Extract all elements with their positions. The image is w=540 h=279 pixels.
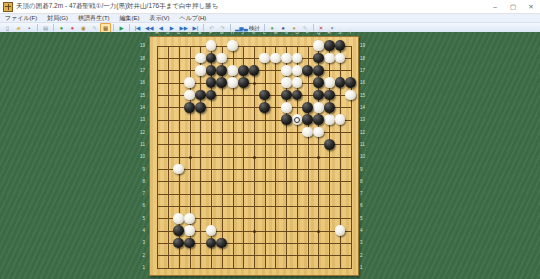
- first-move-icon: |◀: [135, 24, 141, 32]
- column-label: A: [156, 30, 159, 35]
- stone-black-N15[interactable]: [281, 90, 292, 101]
- stone-black-S19[interactable]: [335, 40, 346, 51]
- stone-black-J16[interactable]: [238, 77, 249, 88]
- grid-line-horizontal: [157, 255, 351, 256]
- grid-line-horizontal: [157, 194, 351, 195]
- column-label: Q: [317, 30, 321, 35]
- row-label-right: 19: [360, 43, 365, 48]
- maximize-button[interactable]: ▢: [504, 1, 522, 13]
- new-file-button[interactable]: ▯: [2, 23, 13, 33]
- row-label-right: 15: [360, 93, 365, 98]
- row-label-right: 1: [360, 265, 363, 270]
- stone-black-Q15[interactable]: [313, 90, 324, 101]
- menu-file[interactable]: ファイル(F): [0, 14, 42, 23]
- board-area: ABCDEFGHJKLMNOPQRST191918181717161615151…: [0, 32, 540, 279]
- black-stone-tool-button[interactable]: ●: [56, 23, 67, 33]
- column-label: P: [306, 30, 309, 35]
- stone-white-O16[interactable]: [292, 77, 303, 88]
- row-label-right: 17: [360, 68, 365, 73]
- stone-black-P13[interactable]: [302, 114, 313, 125]
- app-icon: [3, 2, 13, 12]
- stone-black-R11[interactable]: [324, 139, 335, 150]
- stone-black-Q16[interactable]: [313, 77, 324, 88]
- row-label-left: 11: [136, 142, 145, 147]
- stone-white-Q12[interactable]: [313, 127, 324, 138]
- stone-white-E17[interactable]: [195, 65, 206, 76]
- stone-black-C4[interactable]: [173, 225, 184, 236]
- grid-line-horizontal: [157, 268, 351, 269]
- last-move-icon: ▶|: [193, 24, 199, 32]
- stone-black-N13[interactable]: [281, 114, 292, 125]
- toolbar-separator: [37, 24, 38, 31]
- column-label: B: [166, 30, 169, 35]
- black-stone-tool-icon: ●: [60, 24, 63, 32]
- toolbar-separator: [313, 24, 314, 31]
- grid-line-horizontal: [157, 206, 351, 207]
- grid-line-horizontal: [157, 181, 351, 182]
- fast-rewind-button[interactable]: ◀◀: [143, 23, 155, 33]
- toolbar-separator: [129, 24, 130, 31]
- column-label: C: [177, 30, 180, 35]
- row-label-right: 2: [360, 253, 363, 258]
- stone-white-S4[interactable]: [335, 225, 346, 236]
- column-label: S: [338, 30, 341, 35]
- column-label: F: [209, 30, 212, 35]
- star-point: [253, 156, 256, 159]
- toolbar-separator: [113, 24, 114, 31]
- stone-black-D14[interactable]: [184, 102, 195, 113]
- row-label-right: 12: [360, 130, 365, 135]
- row-label-right: 8: [360, 179, 363, 184]
- stone-black-F17[interactable]: [206, 65, 217, 76]
- fast-rewind-icon: ◀◀: [145, 24, 153, 32]
- first-move-button[interactable]: |◀: [132, 23, 143, 33]
- close-button[interactable]: ✕: [522, 1, 540, 13]
- overflow-icon: ▾: [331, 24, 334, 32]
- board-mode-icon: ▦: [103, 24, 108, 32]
- row-label-right: 11: [360, 142, 365, 147]
- stone-white-C5[interactable]: [173, 213, 184, 224]
- column-label: E: [198, 30, 201, 35]
- row-label-right: 10: [360, 154, 365, 159]
- row-label-right: 6: [360, 203, 363, 208]
- stone-black-E14[interactable]: [195, 102, 206, 113]
- stone-black-R19[interactable]: [324, 40, 335, 51]
- open-folder-icon: ▰: [16, 24, 20, 32]
- stone-black-T16[interactable]: [345, 77, 356, 88]
- play-icon: ▶: [119, 24, 123, 32]
- toolbar-separator: [53, 24, 54, 31]
- star-point: [253, 230, 256, 233]
- row-label-left: 2: [136, 253, 145, 258]
- stone-white-H16[interactable]: [227, 77, 238, 88]
- row-label-left: 12: [136, 130, 145, 135]
- stone-white-M18[interactable]: [270, 53, 281, 64]
- stone-white-Q14[interactable]: [313, 102, 324, 113]
- row-label-left: 14: [136, 105, 145, 110]
- pass-button[interactable]: ◉: [78, 23, 89, 33]
- open-folder-button[interactable]: ▰: [13, 23, 24, 33]
- row-label-right: 18: [360, 56, 365, 61]
- stone-black-Q17[interactable]: [313, 65, 324, 76]
- stone-black-R15[interactable]: [324, 90, 335, 101]
- star-point: [189, 156, 192, 159]
- stone-white-H17[interactable]: [227, 65, 238, 76]
- stone-white-D5[interactable]: [184, 213, 195, 224]
- row-label-right: 3: [360, 240, 363, 245]
- grid-line-vertical: [308, 46, 309, 269]
- stone-white-E18[interactable]: [195, 53, 206, 64]
- title-bar: 天頂の囲碁7.2m - 47碁聖戦①/一力(黒)対井山/176手まで白中押し勝ち…: [0, 0, 540, 14]
- resign-icon: ●: [71, 24, 74, 32]
- stone-white-N14[interactable]: [281, 102, 292, 113]
- row-label-right: 16: [360, 80, 365, 85]
- stone-black-G17[interactable]: [216, 65, 227, 76]
- column-label: N: [284, 30, 287, 35]
- print-button[interactable]: ▤: [40, 23, 51, 33]
- grid-line-vertical: [275, 46, 276, 269]
- grid-line-horizontal: [157, 169, 351, 170]
- stone-black-E15[interactable]: [195, 90, 206, 101]
- stone-black-Q18[interactable]: [313, 53, 324, 64]
- row-label-left: 7: [136, 191, 145, 196]
- menu-view[interactable]: 表示(V): [145, 14, 175, 23]
- row-label-left: 8: [136, 179, 145, 184]
- column-label: H: [231, 30, 234, 35]
- row-label-right: 5: [360, 216, 363, 221]
- stone-black-D3[interactable]: [184, 238, 195, 249]
- prev-move-icon: ◀: [159, 24, 163, 32]
- print-icon: ▤: [43, 24, 48, 32]
- stone-black-S16[interactable]: [335, 77, 346, 88]
- toolbar-separator: [203, 24, 204, 31]
- row-label-right: 9: [360, 167, 363, 172]
- stone-black-L14[interactable]: [259, 102, 270, 113]
- menu-game[interactable]: 対局(G): [42, 14, 73, 23]
- stone-black-P17[interactable]: [302, 65, 313, 76]
- row-label-left: 19: [136, 43, 145, 48]
- stone-white-D4[interactable]: [184, 225, 195, 236]
- board-mode-button[interactable]: ▦: [100, 23, 111, 33]
- stone-black-J17[interactable]: [238, 65, 249, 76]
- column-label: D: [188, 30, 191, 35]
- resign-button[interactable]: ●: [67, 23, 78, 33]
- stone-black-R14[interactable]: [324, 102, 335, 113]
- window-title: 天頂の囲碁7.2m - 47碁聖戦①/一力(黒)対井山/176手まで白中押し勝ち: [16, 2, 486, 11]
- row-label-right: 13: [360, 117, 365, 122]
- stone-white-Q19[interactable]: [313, 40, 324, 51]
- menu-bar: ファイル(F)対局(G)棋譜再生(T)編集(E)表示(V)ヘルプ(H): [0, 14, 540, 23]
- stone-white-D15[interactable]: [184, 90, 195, 101]
- stone-white-O13[interactable]: [292, 114, 303, 125]
- stone-black-G16[interactable]: [216, 77, 227, 88]
- stone-white-N17[interactable]: [281, 65, 292, 76]
- row-label-left: 3: [136, 240, 145, 245]
- stone-white-R16[interactable]: [324, 77, 335, 88]
- star-point: [253, 82, 256, 85]
- new-file-icon: ▯: [6, 24, 9, 32]
- row-label-left: 9: [136, 167, 145, 172]
- menu-help[interactable]: ヘルプ(H): [175, 14, 212, 23]
- row-label-left: 17: [136, 68, 145, 73]
- column-label: R: [327, 30, 330, 35]
- menu-edit[interactable]: 編集(E): [115, 14, 145, 23]
- grid-line-vertical: [265, 46, 266, 269]
- row-label-left: 4: [136, 228, 145, 233]
- row-label-right: 14: [360, 105, 365, 110]
- stone-black-Q13[interactable]: [313, 114, 324, 125]
- stone-black-P14[interactable]: [302, 102, 313, 113]
- stone-white-R18[interactable]: [324, 53, 335, 64]
- analysis-button[interactable]: ▂▅▃検討: [233, 23, 262, 33]
- stone-white-H19[interactable]: [227, 40, 238, 51]
- row-label-left: 5: [136, 216, 145, 221]
- stone-black-K17[interactable]: [249, 65, 260, 76]
- column-label: M: [274, 30, 278, 35]
- row-label-left: 15: [136, 93, 145, 98]
- next-move-icon: ▶: [170, 24, 174, 32]
- row-label-left: 13: [136, 117, 145, 122]
- stone-white-R13[interactable]: [324, 114, 335, 125]
- stone-white-O17[interactable]: [292, 65, 303, 76]
- stone-white-N18[interactable]: [281, 53, 292, 64]
- row-label-right: 7: [360, 191, 363, 196]
- play-button[interactable]: ▶: [116, 23, 127, 33]
- row-label-left: 1: [136, 265, 145, 270]
- row-label-left: 6: [136, 203, 145, 208]
- last-move-marker: [294, 117, 300, 123]
- column-label: G: [220, 30, 224, 35]
- column-label: T: [349, 30, 352, 35]
- column-label: J: [241, 30, 243, 35]
- pencil-tool-button[interactable]: ✎: [89, 23, 100, 33]
- stone-white-D16[interactable]: [184, 77, 195, 88]
- save-icon: ▪: [29, 24, 31, 32]
- column-label: K: [252, 30, 255, 35]
- row-label-left: 16: [136, 80, 145, 85]
- pass-icon: ◉: [81, 24, 86, 32]
- pencil-tool-icon: ✎: [92, 24, 97, 32]
- row-label-right: 4: [360, 228, 363, 233]
- stone-white-S13[interactable]: [335, 114, 346, 125]
- stone-white-N16[interactable]: [281, 77, 292, 88]
- fast-forward-icon: ▶▶: [179, 24, 187, 32]
- column-label: O: [295, 30, 299, 35]
- row-label-left: 10: [136, 154, 145, 159]
- minimize-button[interactable]: –: [486, 1, 504, 13]
- row-label-left: 18: [136, 56, 145, 61]
- column-label: L: [263, 30, 266, 35]
- menu-replay[interactable]: 棋譜再生(T): [73, 14, 115, 23]
- save-button[interactable]: ▪: [24, 23, 35, 33]
